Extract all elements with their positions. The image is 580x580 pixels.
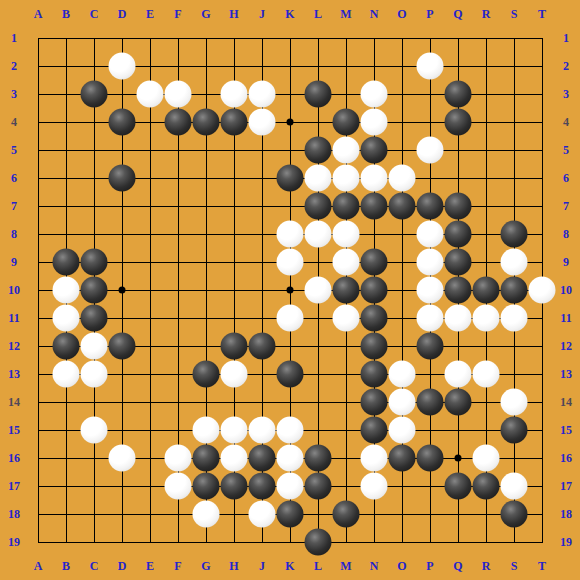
black-stone-D12 bbox=[109, 333, 136, 360]
white-stone-L10 bbox=[305, 277, 332, 304]
black-stone-C11 bbox=[81, 305, 108, 332]
black-stone-O7 bbox=[389, 193, 416, 220]
black-stone-G4 bbox=[193, 109, 220, 136]
column-top-label-J: J bbox=[249, 6, 275, 22]
black-stone-M7 bbox=[333, 193, 360, 220]
white-stone-M8 bbox=[333, 221, 360, 248]
white-stone-J18 bbox=[249, 501, 276, 528]
column-top-label-O: O bbox=[389, 6, 415, 22]
row-left-label-16: 16 bbox=[1, 450, 27, 466]
column-top-label-E: E bbox=[137, 6, 163, 22]
black-stone-L3 bbox=[305, 81, 332, 108]
black-stone-H12 bbox=[221, 333, 248, 360]
white-stone-Q13 bbox=[445, 361, 472, 388]
white-stone-F17 bbox=[165, 473, 192, 500]
white-stone-N6 bbox=[361, 165, 388, 192]
black-stone-L16 bbox=[305, 445, 332, 472]
column-top-label-S: S bbox=[501, 6, 527, 22]
column-bottom-label-P: P bbox=[417, 558, 443, 574]
row-right-label-9: 9 bbox=[553, 254, 579, 270]
white-stone-K9 bbox=[277, 249, 304, 276]
row-right-label-17: 17 bbox=[553, 478, 579, 494]
black-stone-S15 bbox=[501, 417, 528, 444]
column-top-label-H: H bbox=[221, 6, 247, 22]
row-left-label-4: 4 bbox=[1, 114, 27, 130]
white-stone-S9 bbox=[501, 249, 528, 276]
black-stone-N5 bbox=[361, 137, 388, 164]
white-stone-J15 bbox=[249, 417, 276, 444]
row-left-label-9: 9 bbox=[1, 254, 27, 270]
white-stone-S14 bbox=[501, 389, 528, 416]
white-stone-B10 bbox=[53, 277, 80, 304]
column-bottom-label-G: G bbox=[193, 558, 219, 574]
black-stone-F4 bbox=[165, 109, 192, 136]
black-stone-C3 bbox=[81, 81, 108, 108]
white-stone-M9 bbox=[333, 249, 360, 276]
white-stone-F3 bbox=[165, 81, 192, 108]
column-bottom-label-C: C bbox=[81, 558, 107, 574]
column-bottom-label-E: E bbox=[137, 558, 163, 574]
column-top-label-P: P bbox=[417, 6, 443, 22]
column-top-label-T: T bbox=[529, 6, 555, 22]
white-stone-B11 bbox=[53, 305, 80, 332]
white-stone-G15 bbox=[193, 417, 220, 444]
white-stone-E3 bbox=[137, 81, 164, 108]
column-top-label-A: A bbox=[25, 6, 51, 22]
white-stone-K11 bbox=[277, 305, 304, 332]
row-right-label-15: 15 bbox=[553, 422, 579, 438]
black-stone-N10 bbox=[361, 277, 388, 304]
row-left-label-2: 2 bbox=[1, 58, 27, 74]
black-stone-S10 bbox=[501, 277, 528, 304]
star-point bbox=[287, 119, 294, 126]
white-stone-R16 bbox=[473, 445, 500, 472]
black-stone-N9 bbox=[361, 249, 388, 276]
row-left-label-8: 8 bbox=[1, 226, 27, 242]
black-stone-L17 bbox=[305, 473, 332, 500]
black-stone-L5 bbox=[305, 137, 332, 164]
row-left-label-1: 1 bbox=[1, 30, 27, 46]
column-bottom-label-J: J bbox=[249, 558, 275, 574]
black-stone-S18 bbox=[501, 501, 528, 528]
white-stone-P5 bbox=[417, 137, 444, 164]
row-left-label-7: 7 bbox=[1, 198, 27, 214]
column-bottom-label-N: N bbox=[361, 558, 387, 574]
go-board[interactable]: AABBCCDDEEFFGGHHJJKKLLMMNNOOPPQQRRSSTT11… bbox=[0, 0, 580, 580]
white-stone-B13 bbox=[53, 361, 80, 388]
black-stone-G17 bbox=[193, 473, 220, 500]
row-left-label-5: 5 bbox=[1, 142, 27, 158]
row-right-label-8: 8 bbox=[553, 226, 579, 242]
row-right-label-3: 3 bbox=[553, 86, 579, 102]
white-stone-L6 bbox=[305, 165, 332, 192]
black-stone-J12 bbox=[249, 333, 276, 360]
column-top-label-N: N bbox=[361, 6, 387, 22]
black-stone-P14 bbox=[417, 389, 444, 416]
black-stone-N7 bbox=[361, 193, 388, 220]
column-top-label-B: B bbox=[53, 6, 79, 22]
column-bottom-label-L: L bbox=[305, 558, 331, 574]
white-stone-O14 bbox=[389, 389, 416, 416]
black-stone-H17 bbox=[221, 473, 248, 500]
black-stone-R10 bbox=[473, 277, 500, 304]
black-stone-K18 bbox=[277, 501, 304, 528]
star-point bbox=[119, 287, 126, 294]
white-stone-N4 bbox=[361, 109, 388, 136]
white-stone-C15 bbox=[81, 417, 108, 444]
black-stone-N15 bbox=[361, 417, 388, 444]
column-top-label-C: C bbox=[81, 6, 107, 22]
black-stone-B12 bbox=[53, 333, 80, 360]
black-stone-N11 bbox=[361, 305, 388, 332]
row-right-label-6: 6 bbox=[553, 170, 579, 186]
white-stone-K8 bbox=[277, 221, 304, 248]
black-stone-G16 bbox=[193, 445, 220, 472]
column-top-label-F: F bbox=[165, 6, 191, 22]
column-top-label-D: D bbox=[109, 6, 135, 22]
white-stone-J4 bbox=[249, 109, 276, 136]
white-stone-L8 bbox=[305, 221, 332, 248]
black-stone-N13 bbox=[361, 361, 388, 388]
column-bottom-label-M: M bbox=[333, 558, 359, 574]
white-stone-R11 bbox=[473, 305, 500, 332]
white-stone-M11 bbox=[333, 305, 360, 332]
row-right-label-19: 19 bbox=[553, 534, 579, 550]
row-left-label-19: 19 bbox=[1, 534, 27, 550]
white-stone-H15 bbox=[221, 417, 248, 444]
column-bottom-label-H: H bbox=[221, 558, 247, 574]
white-stone-H13 bbox=[221, 361, 248, 388]
row-right-label-16: 16 bbox=[553, 450, 579, 466]
column-top-label-Q: Q bbox=[445, 6, 471, 22]
column-top-label-R: R bbox=[473, 6, 499, 22]
white-stone-Q11 bbox=[445, 305, 472, 332]
column-bottom-label-Q: Q bbox=[445, 558, 471, 574]
white-stone-N16 bbox=[361, 445, 388, 472]
black-stone-R17 bbox=[473, 473, 500, 500]
white-stone-K17 bbox=[277, 473, 304, 500]
white-stone-K15 bbox=[277, 417, 304, 444]
black-stone-Q3 bbox=[445, 81, 472, 108]
black-stone-D4 bbox=[109, 109, 136, 136]
column-bottom-label-T: T bbox=[529, 558, 555, 574]
row-right-label-5: 5 bbox=[553, 142, 579, 158]
black-stone-N12 bbox=[361, 333, 388, 360]
column-top-label-L: L bbox=[305, 6, 331, 22]
white-stone-C13 bbox=[81, 361, 108, 388]
white-stone-P9 bbox=[417, 249, 444, 276]
black-stone-Q17 bbox=[445, 473, 472, 500]
black-stone-Q4 bbox=[445, 109, 472, 136]
white-stone-T10 bbox=[529, 277, 556, 304]
white-stone-C12 bbox=[81, 333, 108, 360]
white-stone-S11 bbox=[501, 305, 528, 332]
black-stone-G13 bbox=[193, 361, 220, 388]
black-stone-P16 bbox=[417, 445, 444, 472]
white-stone-O13 bbox=[389, 361, 416, 388]
row-left-label-14: 14 bbox=[1, 394, 27, 410]
white-stone-D16 bbox=[109, 445, 136, 472]
star-point bbox=[287, 287, 294, 294]
black-stone-K6 bbox=[277, 165, 304, 192]
white-stone-J3 bbox=[249, 81, 276, 108]
row-right-label-13: 13 bbox=[553, 366, 579, 382]
white-stone-P10 bbox=[417, 277, 444, 304]
black-stone-Q14 bbox=[445, 389, 472, 416]
black-stone-N14 bbox=[361, 389, 388, 416]
column-top-label-G: G bbox=[193, 6, 219, 22]
black-stone-B9 bbox=[53, 249, 80, 276]
column-bottom-label-F: F bbox=[165, 558, 191, 574]
black-stone-Q9 bbox=[445, 249, 472, 276]
row-left-label-11: 11 bbox=[1, 310, 27, 326]
black-stone-L7 bbox=[305, 193, 332, 220]
row-left-label-12: 12 bbox=[1, 338, 27, 354]
column-bottom-label-R: R bbox=[473, 558, 499, 574]
column-bottom-label-O: O bbox=[389, 558, 415, 574]
black-stone-O16 bbox=[389, 445, 416, 472]
black-stone-Q10 bbox=[445, 277, 472, 304]
black-stone-P7 bbox=[417, 193, 444, 220]
black-stone-P12 bbox=[417, 333, 444, 360]
column-bottom-label-D: D bbox=[109, 558, 135, 574]
black-stone-S8 bbox=[501, 221, 528, 248]
column-top-label-K: K bbox=[277, 6, 303, 22]
white-stone-H3 bbox=[221, 81, 248, 108]
white-stone-H16 bbox=[221, 445, 248, 472]
star-point bbox=[455, 455, 462, 462]
white-stone-P11 bbox=[417, 305, 444, 332]
white-stone-M6 bbox=[333, 165, 360, 192]
white-stone-P8 bbox=[417, 221, 444, 248]
black-stone-H4 bbox=[221, 109, 248, 136]
black-stone-M4 bbox=[333, 109, 360, 136]
row-left-label-13: 13 bbox=[1, 366, 27, 382]
row-left-label-10: 10 bbox=[1, 282, 27, 298]
black-stone-J17 bbox=[249, 473, 276, 500]
white-stone-N3 bbox=[361, 81, 388, 108]
column-bottom-label-K: K bbox=[277, 558, 303, 574]
black-stone-L19 bbox=[305, 529, 332, 556]
white-stone-S17 bbox=[501, 473, 528, 500]
black-stone-D6 bbox=[109, 165, 136, 192]
row-left-label-17: 17 bbox=[1, 478, 27, 494]
row-right-label-1: 1 bbox=[553, 30, 579, 46]
column-bottom-label-B: B bbox=[53, 558, 79, 574]
row-left-label-3: 3 bbox=[1, 86, 27, 102]
white-stone-P2 bbox=[417, 53, 444, 80]
black-stone-M10 bbox=[333, 277, 360, 304]
black-stone-Q7 bbox=[445, 193, 472, 220]
row-left-label-18: 18 bbox=[1, 506, 27, 522]
row-left-label-15: 15 bbox=[1, 422, 27, 438]
white-stone-G18 bbox=[193, 501, 220, 528]
black-stone-J16 bbox=[249, 445, 276, 472]
white-stone-O6 bbox=[389, 165, 416, 192]
column-bottom-label-S: S bbox=[501, 558, 527, 574]
grid-line-horizontal bbox=[38, 542, 543, 543]
black-stone-C10 bbox=[81, 277, 108, 304]
black-stone-K13 bbox=[277, 361, 304, 388]
row-right-label-10: 10 bbox=[553, 282, 579, 298]
column-bottom-label-A: A bbox=[25, 558, 51, 574]
row-right-label-14: 14 bbox=[553, 394, 579, 410]
white-stone-N17 bbox=[361, 473, 388, 500]
row-right-label-18: 18 bbox=[553, 506, 579, 522]
row-right-label-7: 7 bbox=[553, 198, 579, 214]
row-right-label-11: 11 bbox=[553, 310, 579, 326]
white-stone-D2 bbox=[109, 53, 136, 80]
row-left-label-6: 6 bbox=[1, 170, 27, 186]
white-stone-F16 bbox=[165, 445, 192, 472]
black-stone-M18 bbox=[333, 501, 360, 528]
white-stone-R13 bbox=[473, 361, 500, 388]
black-stone-Q8 bbox=[445, 221, 472, 248]
black-stone-C9 bbox=[81, 249, 108, 276]
white-stone-K16 bbox=[277, 445, 304, 472]
row-right-label-2: 2 bbox=[553, 58, 579, 74]
white-stone-M5 bbox=[333, 137, 360, 164]
column-top-label-M: M bbox=[333, 6, 359, 22]
white-stone-O15 bbox=[389, 417, 416, 444]
row-right-label-4: 4 bbox=[553, 114, 579, 130]
row-right-label-12: 12 bbox=[553, 338, 579, 354]
